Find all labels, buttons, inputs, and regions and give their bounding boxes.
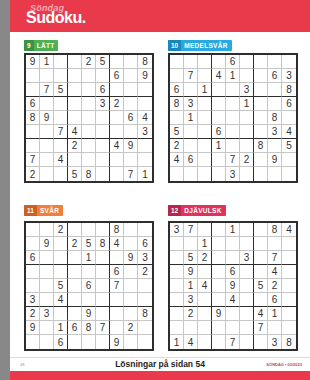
- sudoku-cell: 4: [198, 279, 212, 293]
- sudoku-cell: 7: [184, 223, 198, 237]
- sudoku-cell: [254, 335, 268, 349]
- sudoku-cell: 7: [26, 153, 40, 167]
- sudoku-cell: 3: [282, 69, 296, 83]
- sudoku-cell: 8: [138, 307, 152, 321]
- sudoku-cell: [26, 335, 40, 349]
- sudoku-cell: [268, 321, 282, 335]
- sudoku-cell: [124, 125, 138, 139]
- puzzle-difficulty-label: MEDELSVÅR: [181, 40, 232, 51]
- sudoku-cell: [124, 335, 138, 349]
- sudoku-cell: 9: [26, 321, 40, 335]
- sudoku-cell: [226, 251, 240, 265]
- sudoku-cell: [96, 293, 110, 307]
- sudoku-cell: 6: [226, 55, 240, 69]
- sudoku-cell: [240, 167, 254, 181]
- sudoku-cell: [226, 125, 240, 139]
- sudoku-cell: 6: [226, 265, 240, 279]
- sudoku-cell: [82, 125, 96, 139]
- sudoku-cell: [268, 97, 282, 111]
- sudoku-cell: 6: [82, 279, 96, 293]
- sudoku-cell: 8: [170, 97, 184, 111]
- sudoku-cell: [198, 153, 212, 167]
- brand-logo-text: Sudoku.: [26, 9, 86, 27]
- sudoku-cell: [184, 83, 198, 97]
- sudoku-cell: [96, 167, 110, 181]
- sudoku-board-11: 2892584661936256734239891687269: [24, 221, 154, 351]
- sudoku-cell: 4: [268, 265, 282, 279]
- sudoku-cell: 4: [110, 139, 124, 153]
- sudoku-cell: [82, 335, 96, 349]
- sudoku-cell: [254, 69, 268, 83]
- sudoku-cell: [54, 167, 68, 181]
- sudoku-cell: [254, 153, 268, 167]
- sudoku-cell: 1: [268, 307, 282, 321]
- magazine-page: Söndag Sudoku. 9 LÄTT 10 MEDELSVÅR 11 SV…: [10, 0, 310, 380]
- sudoku-cell: [170, 55, 184, 69]
- sudoku-cell: [212, 321, 226, 335]
- sudoku-cell: 3: [268, 125, 282, 139]
- sudoku-cell: 6: [54, 335, 68, 349]
- sudoku-board-10: 674163613883161856342185467293: [168, 53, 298, 183]
- sudoku-cell: [124, 97, 138, 111]
- sudoku-cell: [212, 279, 226, 293]
- sudoku-cell: [26, 279, 40, 293]
- sudoku-cell: [110, 55, 124, 69]
- sudoku-cell: [124, 83, 138, 97]
- sudoku-cell: 9: [138, 69, 152, 83]
- sudoku-cell: [54, 307, 68, 321]
- puzzle-number: 10: [168, 40, 181, 51]
- sudoku-cell: 8: [268, 111, 282, 125]
- sudoku-cell: 7: [110, 279, 124, 293]
- sudoku-cell: [198, 55, 212, 69]
- sudoku-cell: [96, 307, 110, 321]
- sudoku-cell: 1: [54, 321, 68, 335]
- sudoku-cell: [96, 335, 110, 349]
- sudoku-cell: [40, 153, 54, 167]
- sudoku-cell: 5: [170, 125, 184, 139]
- sudoku-cell: 2: [268, 279, 282, 293]
- sudoku-cell: 4: [212, 69, 226, 83]
- sudoku-cell: [254, 223, 268, 237]
- sudoku-cell: [26, 265, 40, 279]
- sudoku-cell: [68, 69, 82, 83]
- sudoku-cell: 6: [110, 69, 124, 83]
- sudoku-cell: 6: [282, 97, 296, 111]
- sudoku-cell: [282, 251, 296, 265]
- sudoku-cell: 7: [226, 335, 240, 349]
- sudoku-cell: [124, 265, 138, 279]
- sudoku-cell: 2: [82, 55, 96, 69]
- footer-divider: [10, 357, 310, 358]
- sudoku-cell: 9: [212, 307, 226, 321]
- sudoku-cell: [226, 237, 240, 251]
- sudoku-cell: [138, 335, 152, 349]
- sudoku-cell: 1: [82, 251, 96, 265]
- sudoku-cell: [170, 167, 184, 181]
- sudoku-cell: 7: [226, 153, 240, 167]
- sudoku-cell: [124, 69, 138, 83]
- sudoku-cell: [68, 223, 82, 237]
- sudoku-cell: [138, 293, 152, 307]
- sudoku-cell: [184, 237, 198, 251]
- sudoku-cell: 8: [26, 111, 40, 125]
- sudoku-cell: [212, 97, 226, 111]
- sudoku-cell: [124, 293, 138, 307]
- sudoku-cell: [68, 251, 82, 265]
- sudoku-cell: [82, 97, 96, 111]
- sudoku-cell: 8: [268, 223, 282, 237]
- sudoku-cell: [226, 83, 240, 97]
- sudoku-cell: [124, 279, 138, 293]
- sudoku-cell: 8: [138, 55, 152, 69]
- sudoku-cell: [110, 307, 124, 321]
- sudoku-cell: [110, 83, 124, 97]
- sudoku-cell: 7: [96, 321, 110, 335]
- sudoku-cell: [40, 335, 54, 349]
- sudoku-cell: 3: [184, 97, 198, 111]
- sudoku-cell: [26, 223, 40, 237]
- sudoku-cell: 1: [198, 83, 212, 97]
- sudoku-board-12: 3718415237964149523462941714738: [168, 221, 298, 351]
- sudoku-cell: [54, 111, 68, 125]
- sudoku-cell: [198, 111, 212, 125]
- puzzle-badge-10: 10 MEDELSVÅR: [168, 40, 232, 51]
- sudoku-cell: 4: [170, 153, 184, 167]
- sudoku-cell: [282, 237, 296, 251]
- sudoku-cell: [240, 111, 254, 125]
- sudoku-cell: 9: [124, 139, 138, 153]
- sudoku-cell: 5: [82, 237, 96, 251]
- sudoku-cell: 2: [198, 251, 212, 265]
- sudoku-cell: 3: [96, 97, 110, 111]
- sudoku-cell: [68, 293, 82, 307]
- sudoku-cell: 7: [268, 251, 282, 265]
- sudoku-cell: 2: [138, 265, 152, 279]
- puzzle-badge-12: 12 DJÄVULSK: [168, 205, 226, 216]
- sudoku-cell: [212, 111, 226, 125]
- sudoku-cell: [198, 307, 212, 321]
- sudoku-cell: 9: [110, 335, 124, 349]
- sudoku-cell: [40, 279, 54, 293]
- sudoku-cell: 9: [226, 279, 240, 293]
- sudoku-cell: [198, 293, 212, 307]
- sudoku-cell: 1: [240, 97, 254, 111]
- sudoku-cell: 5: [184, 251, 198, 265]
- sudoku-cell: 9: [40, 237, 54, 251]
- sudoku-cell: 4: [68, 125, 82, 139]
- sudoku-cell: 8: [110, 223, 124, 237]
- sudoku-cell: [212, 251, 226, 265]
- sudoku-cell: [82, 265, 96, 279]
- sudoku-cell: [226, 111, 240, 125]
- sudoku-cell: [226, 139, 240, 153]
- sudoku-cell: [138, 83, 152, 97]
- sudoku-cell: 5: [54, 279, 68, 293]
- sudoku-cell: [96, 251, 110, 265]
- sudoku-cell: 6: [268, 69, 282, 83]
- sudoku-cell: 2: [124, 321, 138, 335]
- sudoku-cell: [68, 97, 82, 111]
- sudoku-cell: 6: [138, 237, 152, 251]
- sudoku-cell: [212, 55, 226, 69]
- sudoku-cell: [54, 69, 68, 83]
- sudoku-cell: 1: [198, 237, 212, 251]
- sudoku-cell: [40, 167, 54, 181]
- sudoku-cell: 4: [54, 293, 68, 307]
- sudoku-cell: 4: [110, 237, 124, 251]
- sudoku-cell: [254, 55, 268, 69]
- sudoku-cell: [54, 55, 68, 69]
- sudoku-cell: 6: [68, 321, 82, 335]
- sudoku-cell: 1: [170, 335, 184, 349]
- sudoku-cell: [68, 153, 82, 167]
- sudoku-cell: [170, 251, 184, 265]
- sudoku-cell: 5: [54, 83, 68, 97]
- sudoku-cell: 2: [68, 139, 82, 153]
- sudoku-cell: 9: [268, 153, 282, 167]
- sudoku-cell: [138, 139, 152, 153]
- sudoku-cell: 7: [40, 83, 54, 97]
- sudoku-cell: [212, 167, 226, 181]
- sudoku-cell: [26, 237, 40, 251]
- sudoku-cell: [254, 83, 268, 97]
- sudoku-cell: [184, 321, 198, 335]
- sudoku-cell: [82, 83, 96, 97]
- sudoku-cell: [40, 293, 54, 307]
- puzzle-badge-11: 11 SVÅR: [24, 205, 63, 216]
- sudoku-cell: 3: [240, 251, 254, 265]
- sudoku-cell: 3: [240, 83, 254, 97]
- sudoku-cell: 1: [226, 69, 240, 83]
- sudoku-cell: [198, 97, 212, 111]
- sudoku-cell: 9: [82, 307, 96, 321]
- sudoku-cell: 1: [184, 279, 198, 293]
- sudoku-cell: [68, 307, 82, 321]
- sudoku-cell: [82, 223, 96, 237]
- sudoku-cell: [124, 55, 138, 69]
- sudoku-cell: [254, 167, 268, 181]
- sudoku-cell: [268, 167, 282, 181]
- sudoku-cell: 7: [184, 69, 198, 83]
- sudoku-board-9: 912586975663289647432497425871: [24, 53, 154, 183]
- sudoku-cell: [40, 321, 54, 335]
- sudoku-cell: [124, 153, 138, 167]
- sudoku-cell: [68, 55, 82, 69]
- sudoku-cell: [226, 307, 240, 321]
- sudoku-cell: 5: [282, 139, 296, 153]
- sudoku-cell: [170, 237, 184, 251]
- sudoku-cell: 9: [184, 265, 198, 279]
- sudoku-cell: [82, 139, 96, 153]
- sudoku-cell: 2: [184, 307, 198, 321]
- sudoku-cell: 8: [96, 237, 110, 251]
- sudoku-cell: [96, 125, 110, 139]
- sudoku-cell: [240, 307, 254, 321]
- sudoku-cell: [110, 153, 124, 167]
- sudoku-cell: 2: [240, 153, 254, 167]
- sudoku-cell: [212, 237, 226, 251]
- sudoku-cell: [198, 139, 212, 153]
- sudoku-cell: [110, 293, 124, 307]
- sudoku-cell: [184, 167, 198, 181]
- sudoku-cell: [240, 279, 254, 293]
- sudoku-cell: [282, 293, 296, 307]
- sudoku-cell: 9: [26, 55, 40, 69]
- sudoku-cell: 1: [138, 167, 152, 181]
- sudoku-cell: [96, 279, 110, 293]
- sudoku-cell: [68, 265, 82, 279]
- sudoku-cell: 7: [54, 125, 68, 139]
- sudoku-cell: 4: [254, 307, 268, 321]
- sudoku-cell: 3: [226, 167, 240, 181]
- sudoku-cell: [198, 69, 212, 83]
- sudoku-cell: 9: [124, 251, 138, 265]
- sudoku-cell: [138, 279, 152, 293]
- sudoku-cell: [96, 153, 110, 167]
- sudoku-cell: 4: [282, 223, 296, 237]
- solutions-note: Lösningar på sidan 54: [10, 359, 310, 369]
- sudoku-cell: [254, 265, 268, 279]
- sudoku-cell: [170, 69, 184, 83]
- sudoku-cell: [212, 153, 226, 167]
- edition-note: SÖNDAG • 03/2023: [266, 362, 302, 367]
- sudoku-cell: 3: [138, 251, 152, 265]
- sudoku-cell: [110, 321, 124, 335]
- sudoku-cell: 8: [82, 321, 96, 335]
- sudoku-cell: 6: [268, 293, 282, 307]
- sudoku-cell: [26, 139, 40, 153]
- sudoku-cell: 2: [170, 139, 184, 153]
- sudoku-cell: 3: [184, 293, 198, 307]
- sudoku-cell: 4: [54, 153, 68, 167]
- sudoku-cell: [26, 69, 40, 83]
- sudoku-cell: [40, 69, 54, 83]
- sudoku-cell: [240, 69, 254, 83]
- sudoku-cell: [240, 223, 254, 237]
- sudoku-cell: 5: [96, 55, 110, 69]
- sudoku-cell: 3: [138, 125, 152, 139]
- sudoku-cell: 6: [96, 83, 110, 97]
- sudoku-cell: [68, 335, 82, 349]
- sudoku-cell: 6: [170, 83, 184, 97]
- sudoku-cell: 5: [68, 167, 82, 181]
- sudoku-cell: [184, 55, 198, 69]
- sudoku-cell: 4: [138, 111, 152, 125]
- puzzle-number: 12: [168, 205, 181, 216]
- sudoku-cell: [226, 97, 240, 111]
- sudoku-cell: [212, 293, 226, 307]
- sudoku-cell: [96, 223, 110, 237]
- sudoku-cell: 4: [226, 293, 240, 307]
- sudoku-cell: [82, 69, 96, 83]
- sudoku-cell: [282, 55, 296, 69]
- sudoku-cell: [254, 97, 268, 111]
- sudoku-cell: [240, 321, 254, 335]
- sudoku-cell: [198, 167, 212, 181]
- sudoku-cell: 3: [268, 335, 282, 349]
- sudoku-cell: [68, 83, 82, 97]
- sudoku-cell: 1: [184, 111, 198, 125]
- sudoku-cell: [212, 335, 226, 349]
- sudoku-cell: [254, 111, 268, 125]
- sudoku-cell: 6: [184, 153, 198, 167]
- sudoku-cell: [212, 223, 226, 237]
- sudoku-cell: [110, 125, 124, 139]
- sudoku-cell: [96, 69, 110, 83]
- page-header: Söndag Sudoku.: [10, 0, 310, 32]
- sudoku-cell: 8: [282, 83, 296, 97]
- sudoku-cell: [282, 167, 296, 181]
- sudoku-cell: [110, 251, 124, 265]
- sudoku-cell: [282, 153, 296, 167]
- sudoku-cell: [268, 83, 282, 97]
- sudoku-cell: [138, 97, 152, 111]
- sudoku-cell: [198, 125, 212, 139]
- puzzle-number: 11: [24, 205, 37, 216]
- sudoku-cell: [82, 153, 96, 167]
- puzzle-number: 9: [24, 40, 34, 51]
- sudoku-cell: [184, 139, 198, 153]
- sudoku-cell: [96, 139, 110, 153]
- sudoku-cell: [40, 251, 54, 265]
- sudoku-cell: [226, 321, 240, 335]
- sudoku-cell: 5: [254, 279, 268, 293]
- sudoku-cell: 3: [26, 293, 40, 307]
- sudoku-cell: 4: [282, 125, 296, 139]
- sudoku-cell: [68, 279, 82, 293]
- sudoku-cell: [170, 265, 184, 279]
- sudoku-cell: 8: [282, 335, 296, 349]
- sudoku-cell: [184, 125, 198, 139]
- sudoku-cell: 1: [226, 223, 240, 237]
- sudoku-cell: [40, 125, 54, 139]
- sudoku-cell: [170, 307, 184, 321]
- sudoku-cell: [124, 307, 138, 321]
- sudoku-cell: 6: [110, 265, 124, 279]
- sudoku-cell: [268, 55, 282, 69]
- sudoku-cell: 2: [26, 307, 40, 321]
- sudoku-cell: [54, 97, 68, 111]
- sudoku-cell: [240, 293, 254, 307]
- sudoku-cell: [254, 293, 268, 307]
- sudoku-cell: [110, 167, 124, 181]
- sudoku-cell: [124, 237, 138, 251]
- sudoku-cell: [40, 97, 54, 111]
- sudoku-cell: [96, 265, 110, 279]
- sudoku-cell: [54, 265, 68, 279]
- sudoku-cell: [138, 223, 152, 237]
- sudoku-cell: 6: [124, 111, 138, 125]
- sudoku-cell: [198, 265, 212, 279]
- sudoku-cell: [282, 279, 296, 293]
- sudoku-cell: [212, 265, 226, 279]
- puzzle-difficulty-label: SVÅR: [37, 205, 63, 216]
- sudoku-cell: [282, 265, 296, 279]
- sudoku-cell: [138, 321, 152, 335]
- sudoku-cell: 8: [254, 139, 268, 153]
- sudoku-cell: [198, 223, 212, 237]
- sudoku-cell: [40, 139, 54, 153]
- sudoku-cell: [68, 111, 82, 125]
- sudoku-cell: [82, 111, 96, 125]
- sudoku-cell: [170, 111, 184, 125]
- sudoku-cell: [240, 237, 254, 251]
- sudoku-cell: 9: [40, 111, 54, 125]
- sudoku-cell: 2: [68, 237, 82, 251]
- sudoku-cell: [82, 293, 96, 307]
- sudoku-cell: [282, 307, 296, 321]
